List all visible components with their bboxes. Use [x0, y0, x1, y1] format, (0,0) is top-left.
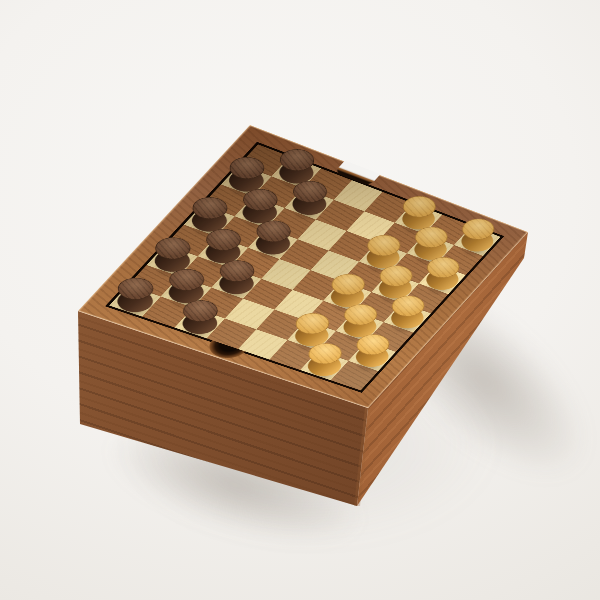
board-recess: [105, 142, 504, 393]
cast-shadow-near: [61, 384, 409, 586]
box-top-face: [78, 125, 528, 408]
board: [109, 144, 500, 390]
checkers-box-scene: [0, 0, 600, 600]
